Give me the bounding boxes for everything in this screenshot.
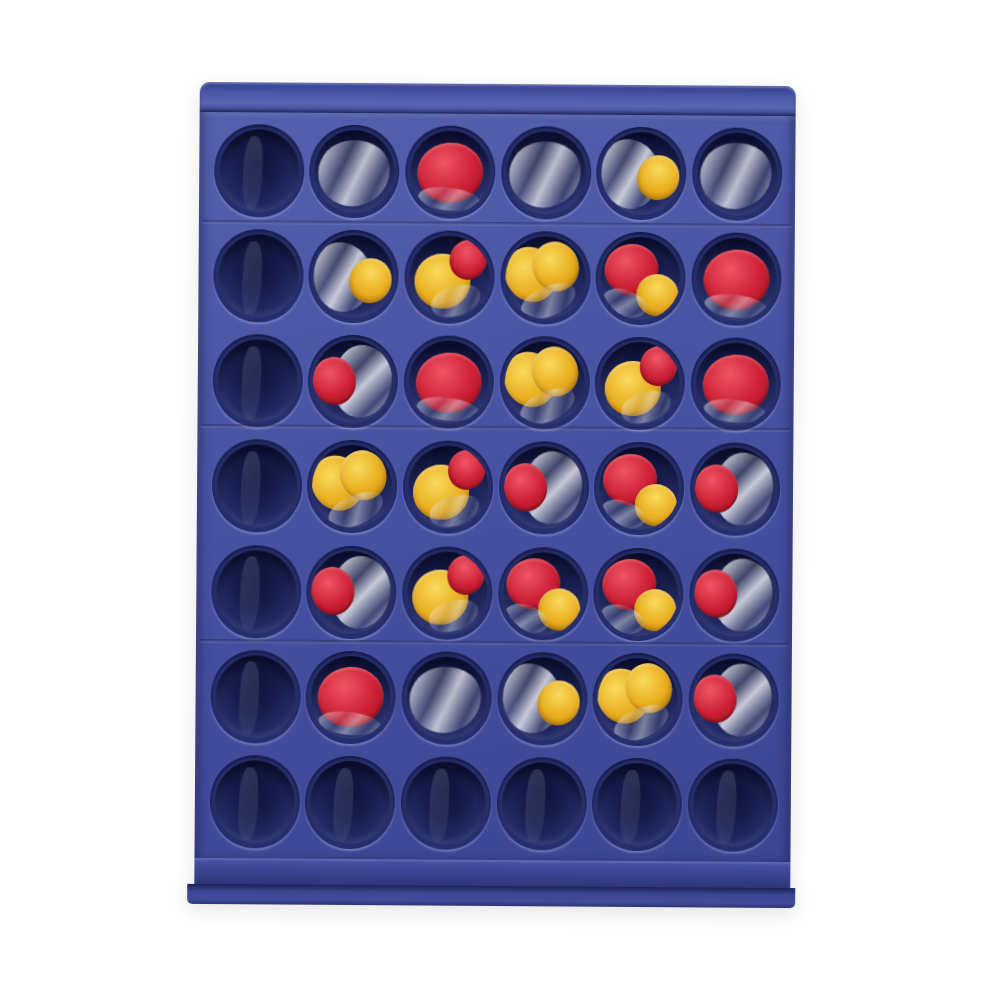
hole <box>313 340 394 424</box>
cell-r1c5 <box>594 121 690 227</box>
hole <box>312 550 393 634</box>
hole-socket <box>592 758 683 852</box>
cell-r7c4 <box>493 751 589 857</box>
hole-socket <box>500 231 591 325</box>
hole <box>501 762 582 846</box>
hole <box>218 234 299 318</box>
hole-socket <box>690 443 781 537</box>
cell-r3c1 <box>209 328 305 434</box>
connect-four-board <box>194 82 796 908</box>
hole-socket <box>309 230 400 324</box>
hole-socket <box>402 546 493 640</box>
hole-socket <box>688 653 779 747</box>
hole <box>504 341 585 425</box>
hole <box>409 341 490 425</box>
hole-socket <box>209 755 300 849</box>
hole-socket <box>211 545 302 639</box>
hole-socket <box>404 231 495 325</box>
hole <box>505 236 586 320</box>
cell-r5c2 <box>304 539 400 645</box>
cell-r4c3 <box>400 435 496 541</box>
reflection <box>237 661 260 735</box>
hole-socket <box>212 334 303 428</box>
hole <box>503 552 584 636</box>
cell-r3c4 <box>496 330 592 436</box>
reflection <box>239 346 262 420</box>
plastic-wrap <box>314 133 395 213</box>
hole <box>406 656 487 740</box>
cell-r3c6 <box>688 332 784 438</box>
hole-socket <box>404 336 495 430</box>
reflection <box>239 451 262 525</box>
hole <box>599 447 680 531</box>
hole <box>214 760 295 844</box>
hole <box>694 553 775 637</box>
hole-socket <box>405 125 496 219</box>
hole <box>600 342 681 426</box>
reflection <box>715 770 738 844</box>
reflection <box>237 766 260 840</box>
cell-r5c1 <box>208 539 304 645</box>
hole-socket <box>210 650 301 744</box>
hole <box>502 657 583 741</box>
hole <box>219 129 300 213</box>
hole <box>410 130 491 214</box>
cell-r2c2 <box>306 224 402 330</box>
cell-r4c2 <box>304 434 400 540</box>
reflection <box>241 135 264 209</box>
hole <box>310 761 391 845</box>
cell-r2c5 <box>593 226 689 332</box>
hole <box>408 446 489 530</box>
hole <box>216 550 297 634</box>
cell-r6c6 <box>686 647 782 753</box>
hole <box>599 552 680 636</box>
cell-r7c1 <box>206 749 302 855</box>
hole <box>314 130 395 214</box>
hole <box>217 339 298 423</box>
hole <box>693 658 774 742</box>
reflection <box>619 769 642 843</box>
cell-r6c2 <box>303 644 399 750</box>
hole <box>217 445 298 529</box>
cell-r6c4 <box>494 646 590 752</box>
cell-r4c4 <box>496 435 592 541</box>
cell-r4c6 <box>687 437 783 543</box>
cell-r4c1 <box>209 433 305 539</box>
hole <box>697 132 778 216</box>
cell-r7c6 <box>685 752 781 858</box>
hole-socket <box>213 229 304 323</box>
hole-socket <box>691 338 782 432</box>
hole <box>215 655 296 739</box>
plastic-wrap <box>406 660 487 740</box>
hole-socket <box>499 336 590 430</box>
hole-socket <box>497 652 588 746</box>
hole <box>506 131 587 215</box>
hole-socket <box>596 127 687 221</box>
plastic-wrap <box>506 135 587 215</box>
hole-socket <box>305 756 396 850</box>
board-bottom-rail <box>194 858 790 888</box>
cell-r1c4 <box>498 120 594 226</box>
reflection <box>332 767 355 841</box>
hole-socket <box>501 126 592 220</box>
cell-r3c3 <box>401 330 497 436</box>
hole-socket <box>308 335 399 429</box>
reflection <box>240 241 263 315</box>
cell-r1c2 <box>307 119 403 225</box>
reflection <box>523 768 546 842</box>
cell-r3c5 <box>592 331 688 437</box>
hole-socket <box>307 440 398 534</box>
hole-socket <box>593 547 684 641</box>
hole-socket <box>496 757 587 851</box>
hole-socket <box>692 127 783 221</box>
hole <box>601 237 682 321</box>
plastic-wrap <box>697 136 778 216</box>
cell-r1c1 <box>211 118 307 224</box>
cell-r5c3 <box>399 540 495 646</box>
cell-r7c3 <box>398 750 494 856</box>
cell-r6c5 <box>590 646 686 752</box>
hole-socket <box>309 125 400 219</box>
hole-socket <box>401 756 492 850</box>
cell-r5c6 <box>686 542 782 648</box>
hole <box>311 655 392 739</box>
hole-socket <box>596 232 687 326</box>
reflection <box>238 556 261 630</box>
hole <box>693 763 774 847</box>
cell-r3c2 <box>305 329 401 435</box>
cell-r1c3 <box>402 119 498 225</box>
board-base-edge <box>187 884 795 908</box>
hole-socket <box>594 442 685 536</box>
hole-socket <box>214 124 305 218</box>
hole-socket <box>593 652 684 746</box>
hole-socket <box>498 547 589 641</box>
hole-socket <box>595 337 686 431</box>
hole <box>601 132 682 216</box>
cell-r7c2 <box>302 750 398 856</box>
hole <box>504 447 585 531</box>
cell-r5c4 <box>495 541 591 647</box>
reflection <box>428 768 451 842</box>
hole <box>696 238 777 322</box>
hole <box>695 448 776 532</box>
hole-socket <box>688 758 779 852</box>
hole <box>407 551 488 635</box>
cell-r1c6 <box>689 121 785 227</box>
cell-r7c5 <box>589 752 685 858</box>
hole <box>696 343 777 427</box>
hole-socket <box>691 233 782 327</box>
hole <box>312 445 393 529</box>
cell-r2c1 <box>210 223 306 329</box>
cell-r4c5 <box>591 436 687 542</box>
hole <box>597 763 678 847</box>
hole-socket <box>306 650 397 744</box>
cell-r5c5 <box>591 541 687 647</box>
hole <box>406 761 487 845</box>
cell-r2c4 <box>497 225 593 331</box>
hole <box>598 657 679 741</box>
hole-socket <box>212 440 303 534</box>
hole-socket <box>306 545 397 639</box>
cell-r6c1 <box>207 644 303 750</box>
hole <box>409 236 490 320</box>
hole <box>314 235 395 319</box>
board-top-rail <box>200 82 796 116</box>
cell-r2c6 <box>688 226 784 332</box>
hole-socket <box>689 548 780 642</box>
hole-socket <box>401 651 492 745</box>
hole-socket <box>403 441 494 535</box>
hole-socket <box>499 442 590 536</box>
board-face <box>194 112 795 862</box>
cell-r2c3 <box>401 224 497 330</box>
cell-r6c3 <box>399 645 495 751</box>
